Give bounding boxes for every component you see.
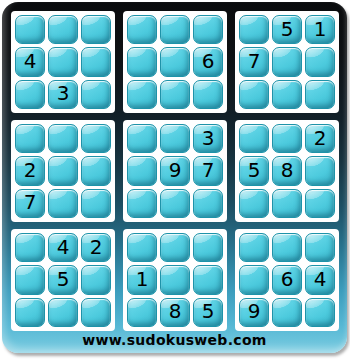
cell-r3c5[interactable]	[160, 80, 190, 109]
cell-r7c8[interactable]	[272, 233, 302, 262]
cell-r3c6[interactable]	[193, 80, 223, 109]
cell-r6c1[interactable]: 7	[15, 189, 45, 218]
cell-r9c6[interactable]: 5	[193, 298, 223, 327]
cell-r8c1[interactable]	[15, 265, 45, 294]
cell-r7c9[interactable]	[305, 233, 335, 262]
cell-r7c1[interactable]	[15, 233, 45, 262]
cell-r9c3[interactable]	[81, 298, 111, 327]
page-background: 43651727397258425185649 www.sudokusweb.c…	[0, 0, 350, 360]
cell-r5c8[interactable]: 8	[272, 156, 302, 185]
cell-r9c2[interactable]	[48, 298, 78, 327]
cell-r2c5[interactable]	[160, 47, 190, 76]
cell-r6c5[interactable]	[160, 189, 190, 218]
cell-r8c6[interactable]	[193, 265, 223, 294]
box-3-1: 425	[11, 229, 115, 331]
cell-r1c9[interactable]: 1	[305, 15, 335, 44]
cell-r1c5[interactable]	[160, 15, 190, 44]
cell-r4c9[interactable]: 2	[305, 124, 335, 153]
box-2-2: 397	[123, 120, 227, 222]
cell-r4c8[interactable]	[272, 124, 302, 153]
cell-r6c3[interactable]	[81, 189, 111, 218]
cell-r1c3[interactable]	[81, 15, 111, 44]
cell-r3c3[interactable]	[81, 80, 111, 109]
cell-r4c4[interactable]	[127, 124, 157, 153]
cell-r8c9[interactable]: 4	[305, 265, 335, 294]
cell-r7c7[interactable]	[239, 233, 269, 262]
cell-r1c6[interactable]	[193, 15, 223, 44]
cell-r8c2[interactable]: 5	[48, 265, 78, 294]
cell-r5c4[interactable]	[127, 156, 157, 185]
cell-r1c1[interactable]	[15, 15, 45, 44]
cell-r2c6[interactable]: 6	[193, 47, 223, 76]
footer-link[interactable]: www.sudokusweb.com	[2, 332, 347, 349]
cell-r8c4[interactable]: 1	[127, 265, 157, 294]
sudoku-plaque: 43651727397258425185649 www.sudokusweb.c…	[2, 2, 347, 353]
cell-r8c7[interactable]	[239, 265, 269, 294]
cell-r5c2[interactable]	[48, 156, 78, 185]
cell-r4c6[interactable]: 3	[193, 124, 223, 153]
cell-r5c9[interactable]	[305, 156, 335, 185]
cell-r9c5[interactable]: 8	[160, 298, 190, 327]
cell-r5c5[interactable]: 9	[160, 156, 190, 185]
cell-r7c2[interactable]: 4	[48, 233, 78, 262]
box-2-1: 27	[11, 120, 115, 222]
cell-r7c5[interactable]	[160, 233, 190, 262]
cell-r2c7[interactable]: 7	[239, 47, 269, 76]
cell-r9c9[interactable]	[305, 298, 335, 327]
cell-r1c7[interactable]	[239, 15, 269, 44]
cell-r5c1[interactable]: 2	[15, 156, 45, 185]
cell-r4c7[interactable]	[239, 124, 269, 153]
cell-r3c2[interactable]: 3	[48, 80, 78, 109]
cell-r4c5[interactable]	[160, 124, 190, 153]
cell-r1c2[interactable]	[48, 15, 78, 44]
cell-r1c4[interactable]	[127, 15, 157, 44]
cell-r6c6[interactable]	[193, 189, 223, 218]
box-1-1: 43	[11, 11, 115, 113]
cell-r7c4[interactable]	[127, 233, 157, 262]
cell-r3c4[interactable]	[127, 80, 157, 109]
box-1-2: 6	[123, 11, 227, 113]
cell-r5c3[interactable]	[81, 156, 111, 185]
cell-r7c6[interactable]	[193, 233, 223, 262]
cell-r6c4[interactable]	[127, 189, 157, 218]
box-3-3: 649	[235, 229, 339, 331]
cell-r9c7[interactable]: 9	[239, 298, 269, 327]
box-2-3: 258	[235, 120, 339, 222]
cell-r2c4[interactable]	[127, 47, 157, 76]
cell-r5c6[interactable]: 7	[193, 156, 223, 185]
box-3-2: 185	[123, 229, 227, 331]
box-1-3: 517	[235, 11, 339, 113]
cell-r3c1[interactable]	[15, 80, 45, 109]
cell-r2c2[interactable]	[48, 47, 78, 76]
cell-r8c5[interactable]	[160, 265, 190, 294]
cell-r6c9[interactable]	[305, 189, 335, 218]
cell-r5c7[interactable]: 5	[239, 156, 269, 185]
cell-r4c2[interactable]	[48, 124, 78, 153]
cell-r3c7[interactable]	[239, 80, 269, 109]
cell-r2c1[interactable]: 4	[15, 47, 45, 76]
cell-r6c8[interactable]	[272, 189, 302, 218]
cell-r7c3[interactable]: 2	[81, 233, 111, 262]
cell-r2c8[interactable]	[272, 47, 302, 76]
cell-r8c3[interactable]	[81, 265, 111, 294]
cell-r9c4[interactable]	[127, 298, 157, 327]
cell-r6c7[interactable]	[239, 189, 269, 218]
cell-r9c8[interactable]	[272, 298, 302, 327]
cell-r6c2[interactable]	[48, 189, 78, 218]
cell-r3c9[interactable]	[305, 80, 335, 109]
cell-r4c1[interactable]	[15, 124, 45, 153]
cell-r4c3[interactable]	[81, 124, 111, 153]
cell-r1c8[interactable]: 5	[272, 15, 302, 44]
cell-r8c8[interactable]: 6	[272, 265, 302, 294]
cell-r9c1[interactable]	[15, 298, 45, 327]
sudoku-board: 43651727397258425185649	[11, 11, 339, 331]
cell-r3c8[interactable]	[272, 80, 302, 109]
cell-r2c3[interactable]	[81, 47, 111, 76]
cell-r2c9[interactable]	[305, 47, 335, 76]
